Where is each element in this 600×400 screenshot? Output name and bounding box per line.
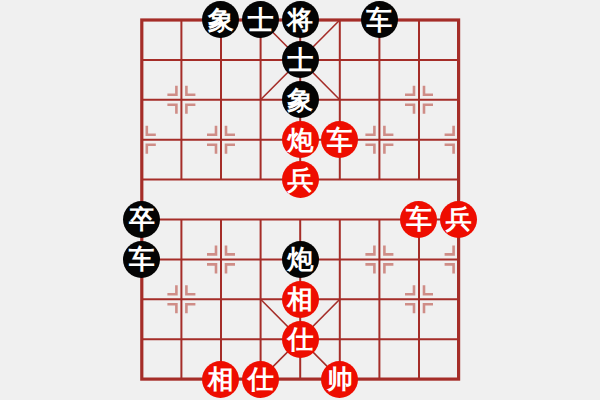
xiangqi-app: 象士将车士象炮车兵卒车兵车炮相仕相仕帅 xyxy=(0,0,600,400)
xiangqi-board[interactable]: 象士将车士象炮车兵卒车兵车炮相仕相仕帅 xyxy=(122,0,478,399)
piece-red-soldier[interactable]: 兵 xyxy=(440,201,477,238)
piece-red-chariot[interactable]: 车 xyxy=(321,121,358,158)
piece-red-chariot[interactable]: 车 xyxy=(400,201,437,238)
piece-black-advisor[interactable]: 士 xyxy=(242,1,279,38)
piece-black-soldier[interactable]: 卒 xyxy=(123,201,160,238)
piece-black-general[interactable]: 将 xyxy=(282,1,319,38)
piece-black-cannon[interactable]: 炮 xyxy=(282,241,319,278)
piece-black-chariot[interactable]: 车 xyxy=(361,1,398,38)
piece-red-soldier[interactable]: 兵 xyxy=(282,161,319,198)
piece-red-advisor[interactable]: 仕 xyxy=(242,361,279,398)
piece-black-elephant[interactable]: 象 xyxy=(202,1,239,38)
piece-black-chariot[interactable]: 车 xyxy=(123,241,160,278)
piece-red-cannon[interactable]: 炮 xyxy=(282,121,319,158)
piece-red-elephant[interactable]: 相 xyxy=(202,361,239,398)
piece-red-general[interactable]: 帅 xyxy=(321,361,358,398)
piece-black-advisor[interactable]: 士 xyxy=(282,41,319,78)
piece-red-advisor[interactable]: 仕 xyxy=(282,321,319,358)
piece-black-elephant[interactable]: 象 xyxy=(282,81,319,118)
piece-red-elephant[interactable]: 相 xyxy=(282,281,319,318)
